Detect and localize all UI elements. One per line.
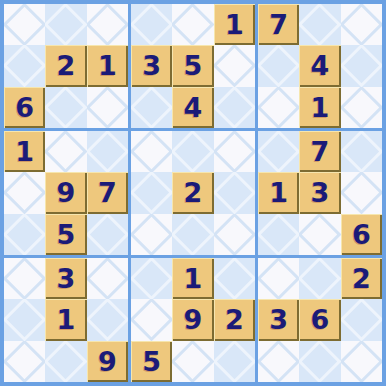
cell-r5c6[interactable] bbox=[214, 172, 255, 213]
cell-r5c5: 2 bbox=[172, 172, 213, 213]
sudoku-board: 21613547411975271363191925236 bbox=[0, 0, 386, 386]
diamond-icon bbox=[214, 214, 255, 255]
diamond-icon bbox=[258, 131, 299, 172]
diamond-icon bbox=[87, 131, 128, 172]
cell-r3c2[interactable] bbox=[45, 87, 86, 128]
cell-r9c2[interactable] bbox=[45, 341, 86, 382]
diamond-icon bbox=[131, 87, 172, 128]
cell-r8c6: 2 bbox=[214, 299, 255, 340]
diamond-icon bbox=[172, 214, 213, 255]
cell-r8c7: 3 bbox=[258, 299, 299, 340]
cell-r7c2: 3 bbox=[45, 258, 86, 299]
cell-r9c3: 9 bbox=[87, 341, 128, 382]
block-2-3: 7136 bbox=[258, 131, 382, 255]
cell-r6c7[interactable] bbox=[258, 214, 299, 255]
cell-r4c4[interactable] bbox=[131, 131, 172, 172]
diamond-icon bbox=[341, 341, 382, 382]
cell-r9c9[interactable] bbox=[341, 341, 382, 382]
given-digit: 5 bbox=[142, 348, 161, 375]
given-digit: 2 bbox=[57, 52, 76, 79]
diamond-icon bbox=[131, 299, 172, 340]
cell-r3c1: 6 bbox=[4, 87, 45, 128]
cell-r5c7: 1 bbox=[258, 172, 299, 213]
cell-r6c9: 6 bbox=[341, 214, 382, 255]
cell-r1c3[interactable] bbox=[87, 4, 128, 45]
diamond-icon bbox=[4, 299, 45, 340]
cell-r1c9[interactable] bbox=[341, 4, 382, 45]
cell-r3c7[interactable] bbox=[258, 87, 299, 128]
cell-r8c8: 6 bbox=[299, 299, 340, 340]
given-digit: 9 bbox=[98, 348, 117, 375]
diamond-icon bbox=[341, 87, 382, 128]
cell-r3c3[interactable] bbox=[87, 87, 128, 128]
diamond-icon bbox=[258, 87, 299, 128]
cell-r8c4[interactable] bbox=[131, 299, 172, 340]
given-digit: 1 bbox=[98, 52, 117, 79]
cell-r6c2: 5 bbox=[45, 214, 86, 255]
cell-r1c1[interactable] bbox=[4, 4, 45, 45]
cell-r1c8[interactable] bbox=[299, 4, 340, 45]
block-2-1: 1975 bbox=[4, 131, 128, 255]
given-digit: 3 bbox=[311, 179, 330, 206]
diamond-icon bbox=[258, 45, 299, 86]
given-digit: 2 bbox=[352, 265, 371, 292]
diamond-icon bbox=[131, 258, 172, 299]
cell-r2c7[interactable] bbox=[258, 45, 299, 86]
cell-r2c8: 4 bbox=[299, 45, 340, 86]
cell-r3c9[interactable] bbox=[341, 87, 382, 128]
cell-r9c7[interactable] bbox=[258, 341, 299, 382]
cell-r9c4: 5 bbox=[131, 341, 172, 382]
diamond-icon bbox=[214, 131, 255, 172]
diamond-icon bbox=[87, 214, 128, 255]
diamond-icon bbox=[87, 258, 128, 299]
diamond-icon bbox=[258, 214, 299, 255]
diamond-icon bbox=[299, 341, 340, 382]
cell-r9c1[interactable] bbox=[4, 341, 45, 382]
diamond-icon bbox=[131, 131, 172, 172]
diamond-icon bbox=[45, 131, 86, 172]
given-digit: 1 bbox=[225, 11, 244, 38]
cell-r5c3: 7 bbox=[87, 172, 128, 213]
diamond-icon bbox=[45, 341, 86, 382]
given-digit: 5 bbox=[57, 221, 76, 248]
given-digit: 7 bbox=[311, 138, 330, 165]
cell-r2c5: 5 bbox=[172, 45, 213, 86]
cell-r7c9: 2 bbox=[341, 258, 382, 299]
cell-r8c5: 9 bbox=[172, 299, 213, 340]
diamond-icon bbox=[299, 258, 340, 299]
cell-r5c2: 9 bbox=[45, 172, 86, 213]
diamond-icon bbox=[45, 87, 86, 128]
diamond-icon bbox=[299, 4, 340, 45]
cell-r7c5: 1 bbox=[172, 258, 213, 299]
cell-r2c6[interactable] bbox=[214, 45, 255, 86]
cell-r3c8: 1 bbox=[299, 87, 340, 128]
given-digit: 3 bbox=[142, 52, 161, 79]
diamond-icon bbox=[4, 45, 45, 86]
diamond-icon bbox=[172, 131, 213, 172]
diamond-icon bbox=[258, 341, 299, 382]
cell-r7c4[interactable] bbox=[131, 258, 172, 299]
diamond-icon bbox=[341, 172, 382, 213]
given-digit: 1 bbox=[311, 94, 330, 121]
cell-r4c3[interactable] bbox=[87, 131, 128, 172]
given-digit: 5 bbox=[184, 52, 203, 79]
cell-r1c4[interactable] bbox=[131, 4, 172, 45]
cell-r7c3[interactable] bbox=[87, 258, 128, 299]
given-digit: 2 bbox=[225, 306, 244, 333]
block-3-3: 236 bbox=[258, 258, 382, 382]
cell-r3c6[interactable] bbox=[214, 87, 255, 128]
diamond-icon bbox=[4, 4, 45, 45]
cell-r5c9[interactable] bbox=[341, 172, 382, 213]
given-digit: 6 bbox=[311, 306, 330, 333]
cell-r2c3: 1 bbox=[87, 45, 128, 86]
cell-r5c1[interactable] bbox=[4, 172, 45, 213]
given-digit: 1 bbox=[57, 306, 76, 333]
given-digit: 4 bbox=[311, 52, 330, 79]
given-digit: 9 bbox=[184, 306, 203, 333]
cell-r9c8[interactable] bbox=[299, 341, 340, 382]
cell-r1c2[interactable] bbox=[45, 4, 86, 45]
cell-r5c4[interactable] bbox=[131, 172, 172, 213]
given-digit: 1 bbox=[269, 179, 288, 206]
diamond-icon bbox=[131, 172, 172, 213]
cell-r9c5[interactable] bbox=[172, 341, 213, 382]
cell-r2c2: 2 bbox=[45, 45, 86, 86]
cell-r4c1: 1 bbox=[4, 131, 45, 172]
diamond-icon bbox=[131, 4, 172, 45]
diamond-icon bbox=[131, 214, 172, 255]
cell-r6c1[interactable] bbox=[4, 214, 45, 255]
cell-r5c8: 3 bbox=[299, 172, 340, 213]
cell-r1c5[interactable] bbox=[172, 4, 213, 45]
block-3-1: 319 bbox=[4, 258, 128, 382]
diamond-icon bbox=[299, 214, 340, 255]
cell-r8c2: 1 bbox=[45, 299, 86, 340]
cell-r6c8[interactable] bbox=[299, 214, 340, 255]
diamond-icon bbox=[87, 4, 128, 45]
cell-r2c9[interactable] bbox=[341, 45, 382, 86]
diamond-icon bbox=[258, 258, 299, 299]
given-digit: 3 bbox=[57, 265, 76, 292]
given-digit: 2 bbox=[184, 179, 203, 206]
cell-r4c7[interactable] bbox=[258, 131, 299, 172]
cell-r4c9[interactable] bbox=[341, 131, 382, 172]
diamond-icon bbox=[4, 214, 45, 255]
cell-r7c7[interactable] bbox=[258, 258, 299, 299]
cell-r7c6[interactable] bbox=[214, 258, 255, 299]
diamond-icon bbox=[341, 4, 382, 45]
given-digit: 1 bbox=[184, 265, 203, 292]
diamond-icon bbox=[87, 87, 128, 128]
cell-r8c3[interactable] bbox=[87, 299, 128, 340]
diamond-icon bbox=[4, 258, 45, 299]
cell-r4c6[interactable] bbox=[214, 131, 255, 172]
diamond-icon bbox=[341, 45, 382, 86]
cell-r6c4[interactable] bbox=[131, 214, 172, 255]
diamond-icon bbox=[4, 172, 45, 213]
block-2-2: 2 bbox=[131, 131, 255, 255]
cell-r2c4: 3 bbox=[131, 45, 172, 86]
cell-r7c8[interactable] bbox=[299, 258, 340, 299]
diamond-icon bbox=[4, 341, 45, 382]
diamond-icon bbox=[172, 4, 213, 45]
diamond-icon bbox=[87, 299, 128, 340]
cell-r4c2[interactable] bbox=[45, 131, 86, 172]
cell-r4c5[interactable] bbox=[172, 131, 213, 172]
diamond-icon bbox=[341, 299, 382, 340]
diamond-icon bbox=[172, 341, 213, 382]
given-digit: 9 bbox=[57, 179, 76, 206]
cell-r7c1[interactable] bbox=[4, 258, 45, 299]
cell-r2c1[interactable] bbox=[4, 45, 45, 86]
block-1-3: 741 bbox=[258, 4, 382, 128]
given-digit: 6 bbox=[15, 94, 34, 121]
diamond-icon bbox=[214, 341, 255, 382]
given-digit: 3 bbox=[269, 306, 288, 333]
block-1-2: 1354 bbox=[131, 4, 255, 128]
diamond-icon bbox=[214, 172, 255, 213]
given-digit: 4 bbox=[184, 94, 203, 121]
diamond-icon bbox=[214, 87, 255, 128]
given-digit: 1 bbox=[15, 138, 34, 165]
cell-r6c5[interactable] bbox=[172, 214, 213, 255]
cell-r9c6[interactable] bbox=[214, 341, 255, 382]
cell-r4c8: 7 bbox=[299, 131, 340, 172]
block-1-1: 216 bbox=[4, 4, 128, 128]
cell-r8c1[interactable] bbox=[4, 299, 45, 340]
cell-r1c7: 7 bbox=[258, 4, 299, 45]
cell-r3c4[interactable] bbox=[131, 87, 172, 128]
given-digit: 7 bbox=[98, 179, 117, 206]
diamond-icon bbox=[45, 4, 86, 45]
cell-r8c9[interactable] bbox=[341, 299, 382, 340]
block-3-2: 1925 bbox=[131, 258, 255, 382]
given-digit: 7 bbox=[269, 11, 288, 38]
cell-r6c6[interactable] bbox=[214, 214, 255, 255]
cell-r1c6: 1 bbox=[214, 4, 255, 45]
given-digit: 6 bbox=[352, 221, 371, 248]
diamond-icon bbox=[341, 131, 382, 172]
diamond-icon bbox=[214, 45, 255, 86]
cell-r6c3[interactable] bbox=[87, 214, 128, 255]
cell-r3c5: 4 bbox=[172, 87, 213, 128]
diamond-icon bbox=[214, 258, 255, 299]
